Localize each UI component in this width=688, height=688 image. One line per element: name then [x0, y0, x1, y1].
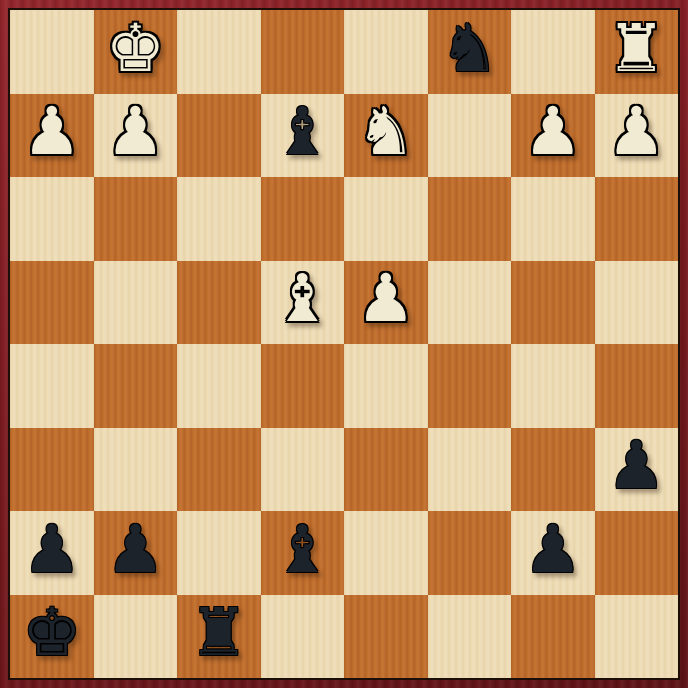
- square-h1[interactable]: [595, 595, 679, 679]
- square-b5[interactable]: [94, 261, 178, 345]
- square-e3[interactable]: [344, 428, 428, 512]
- square-e2[interactable]: [344, 511, 428, 595]
- square-d2[interactable]: ♝: [261, 511, 345, 595]
- piece-black-pawn-b2[interactable]: ♟: [106, 517, 165, 583]
- piece-white-king-b8[interactable]: ♚: [106, 16, 165, 82]
- square-f4[interactable]: [428, 344, 512, 428]
- square-h3[interactable]: ♟: [595, 428, 679, 512]
- square-b1[interactable]: [94, 595, 178, 679]
- piece-black-bishop-d7[interactable]: ♝: [273, 99, 332, 165]
- square-a4[interactable]: [10, 344, 94, 428]
- square-c5[interactable]: [177, 261, 261, 345]
- piece-white-knight-e7[interactable]: ♞: [356, 99, 415, 165]
- square-f1[interactable]: [428, 595, 512, 679]
- square-h7[interactable]: ♟: [595, 94, 679, 178]
- square-c2[interactable]: [177, 511, 261, 595]
- piece-white-pawn-b7[interactable]: ♟: [106, 99, 165, 165]
- square-a6[interactable]: [10, 177, 94, 261]
- square-d8[interactable]: [261, 10, 345, 94]
- square-e5[interactable]: ♟: [344, 261, 428, 345]
- square-a7[interactable]: ♟: [10, 94, 94, 178]
- square-g3[interactable]: [511, 428, 595, 512]
- piece-white-pawn-h7[interactable]: ♟: [607, 99, 666, 165]
- square-g2[interactable]: ♟: [511, 511, 595, 595]
- square-e7[interactable]: ♞: [344, 94, 428, 178]
- piece-white-pawn-a7[interactable]: ♟: [22, 99, 81, 165]
- square-b3[interactable]: [94, 428, 178, 512]
- square-c8[interactable]: [177, 10, 261, 94]
- piece-white-pawn-e5[interactable]: ♟: [356, 266, 415, 332]
- piece-black-pawn-h3[interactable]: ♟: [607, 433, 666, 499]
- square-d6[interactable]: [261, 177, 345, 261]
- piece-black-pawn-g2[interactable]: ♟: [523, 517, 582, 583]
- square-c4[interactable]: [177, 344, 261, 428]
- square-b7[interactable]: ♟: [94, 94, 178, 178]
- piece-white-pawn-g7[interactable]: ♟: [523, 99, 582, 165]
- piece-black-king-a1[interactable]: ♚: [22, 600, 81, 666]
- square-b4[interactable]: [94, 344, 178, 428]
- square-h5[interactable]: [595, 261, 679, 345]
- square-g4[interactable]: [511, 344, 595, 428]
- square-c6[interactable]: [177, 177, 261, 261]
- square-g8[interactable]: [511, 10, 595, 94]
- piece-black-pawn-a2[interactable]: ♟: [22, 517, 81, 583]
- square-b2[interactable]: ♟: [94, 511, 178, 595]
- square-e6[interactable]: [344, 177, 428, 261]
- square-h8[interactable]: ♜: [595, 10, 679, 94]
- square-a8[interactable]: [10, 10, 94, 94]
- board-frame: ♚♞♜♟♟♝♞♟♟♝♟♟♟♟♝♟♚♜: [0, 0, 688, 688]
- board: ♚♞♜♟♟♝♞♟♟♝♟♟♟♟♝♟♚♜: [8, 8, 680, 680]
- square-f6[interactable]: [428, 177, 512, 261]
- square-c3[interactable]: [177, 428, 261, 512]
- square-a2[interactable]: ♟: [10, 511, 94, 595]
- square-e8[interactable]: [344, 10, 428, 94]
- square-h6[interactable]: [595, 177, 679, 261]
- square-d5[interactable]: ♝: [261, 261, 345, 345]
- piece-white-bishop-d5[interactable]: ♝: [273, 266, 332, 332]
- square-a3[interactable]: [10, 428, 94, 512]
- piece-white-rook-h8[interactable]: ♜: [607, 16, 666, 82]
- square-e1[interactable]: [344, 595, 428, 679]
- square-g1[interactable]: [511, 595, 595, 679]
- piece-black-rook-c1[interactable]: ♜: [189, 600, 248, 666]
- square-a5[interactable]: [10, 261, 94, 345]
- square-d7[interactable]: ♝: [261, 94, 345, 178]
- piece-black-knight-f8[interactable]: ♞: [440, 16, 499, 82]
- piece-black-bishop-d2[interactable]: ♝: [273, 517, 332, 583]
- square-f2[interactable]: [428, 511, 512, 595]
- square-d4[interactable]: [261, 344, 345, 428]
- square-f5[interactable]: [428, 261, 512, 345]
- square-c7[interactable]: [177, 94, 261, 178]
- square-g6[interactable]: [511, 177, 595, 261]
- square-g7[interactable]: ♟: [511, 94, 595, 178]
- square-a1[interactable]: ♚: [10, 595, 94, 679]
- square-f8[interactable]: ♞: [428, 10, 512, 94]
- square-b8[interactable]: ♚: [94, 10, 178, 94]
- square-g5[interactable]: [511, 261, 595, 345]
- square-d1[interactable]: [261, 595, 345, 679]
- square-e4[interactable]: [344, 344, 428, 428]
- square-h4[interactable]: [595, 344, 679, 428]
- square-f7[interactable]: [428, 94, 512, 178]
- square-f3[interactable]: [428, 428, 512, 512]
- square-h2[interactable]: [595, 511, 679, 595]
- square-d3[interactable]: [261, 428, 345, 512]
- square-b6[interactable]: [94, 177, 178, 261]
- square-c1[interactable]: ♜: [177, 595, 261, 679]
